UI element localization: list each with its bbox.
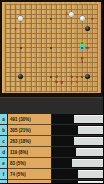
grid-line-horizontal: [5, 67, 98, 68]
black-stone-D4: [18, 74, 23, 79]
winrate-bar: [52, 125, 103, 136]
move-letter-cell: f: [0, 169, 8, 180]
analysis-row[interactable]: a491 (30%): [0, 114, 103, 125]
winrate-bar: [52, 114, 103, 125]
star-point: [20, 47, 22, 49]
winrate-bar-white: [74, 115, 103, 124]
candidate-move-marker-e[interactable]: e: [90, 16, 95, 21]
candidate-move-marker-g[interactable]: g: [59, 79, 64, 84]
grid-line-vertical: [66, 4, 67, 92]
grid-line-horizontal: [5, 86, 98, 87]
white-stone-D16: [18, 16, 23, 21]
move-letter-cell: c: [0, 136, 8, 147]
winrate-bar-white: [72, 159, 103, 168]
analysis-row[interactable]: f74 (5%): [0, 169, 103, 180]
analysis-row[interactable]: c263 (18%): [0, 136, 103, 147]
analysis-row[interactable]: b305 (21%): [0, 125, 103, 136]
move-visits-cell: 83 (5%): [8, 158, 52, 169]
winrate-bar: [52, 180, 103, 183]
grid-line-horizontal: [5, 52, 98, 53]
grid-line-horizontal: [5, 81, 98, 82]
winrate-bar-white: [74, 137, 103, 146]
board-frame: acmpfelrdbgksjt: [0, 0, 103, 97]
move-letter-cell: b: [0, 125, 8, 136]
candidate-move-marker-l[interactable]: l: [64, 12, 69, 17]
move-visits-cell: 491 (30%): [8, 114, 52, 125]
winrate-bar: [52, 147, 103, 158]
candidate-move-marker-r[interactable]: r: [13, 26, 18, 31]
move-letter-cell: d: [0, 147, 8, 158]
winrate-bar: [52, 169, 103, 180]
control-bar: ‹ ›: [0, 97, 103, 114]
go-board[interactable]: acmpfelrdbgksjt: [2, 2, 101, 93]
star-point: [81, 76, 83, 78]
move-visits-cell: 119 (8%): [8, 147, 52, 158]
candidate-move-marker-f[interactable]: f: [80, 60, 85, 65]
move-letter-cell: e: [0, 158, 8, 169]
analysis-row[interactable]: d119 (8%): [0, 147, 103, 158]
candidate-move-marker-m[interactable]: m: [85, 45, 90, 50]
move-visits-cell: 74 (5%): [8, 169, 52, 180]
white-stone-Q16: [80, 16, 85, 21]
grid-line-vertical: [97, 4, 98, 92]
move-visits-cell: [8, 180, 52, 183]
move-letter-cell: [0, 180, 8, 183]
candidate-move-table: a491 (30%)b305 (21%)c263 (18%)d119 (8%)e…: [0, 114, 103, 183]
candidate-move-marker-t[interactable]: t: [75, 79, 80, 84]
winrate-bar: [52, 136, 103, 147]
analysis-row[interactable]: [0, 180, 103, 183]
grid-line-horizontal: [5, 91, 98, 92]
white-stone-O17: [69, 12, 74, 17]
move-visits-cell: 305 (21%): [8, 125, 52, 136]
winrate-bar-white: [78, 181, 104, 184]
winrate-bar-white: [76, 148, 103, 157]
move-visits-cell: 263 (18%): [8, 136, 52, 147]
move-letter-cell: a: [0, 114, 8, 125]
go-analysis-app: acmpfelrdbgksjt ‹ › a491 (30%)b305 (21%)…: [0, 0, 103, 183]
analysis-row[interactable]: e83 (5%): [0, 158, 103, 169]
black-stone-R14: [85, 26, 90, 31]
winrate-bar-white: [78, 126, 103, 135]
black-stone-R4: [85, 74, 90, 79]
winrate-bar: [52, 158, 103, 169]
grid-line-horizontal: [5, 72, 98, 73]
winrate-bar-white: [78, 170, 103, 179]
